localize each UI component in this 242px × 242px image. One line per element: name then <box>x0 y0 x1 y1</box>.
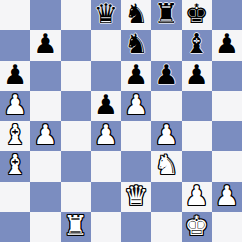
square-h7[interactable]: ♟ <box>212 30 242 60</box>
square-a5[interactable]: ♟ <box>0 91 30 121</box>
square-a4[interactable]: ♝ <box>0 121 30 151</box>
square-d8[interactable]: ♛ <box>91 0 121 30</box>
square-g1[interactable]: ♚ <box>182 212 212 242</box>
square-e2[interactable]: ♛ <box>121 182 151 212</box>
black-knight[interactable]: ♞ <box>124 29 148 59</box>
square-b3[interactable] <box>30 151 60 181</box>
square-g4[interactable] <box>182 121 212 151</box>
black-bishop[interactable]: ♝ <box>185 29 209 59</box>
black-pawn[interactable]: ♟ <box>3 60 27 90</box>
square-a1[interactable] <box>0 212 30 242</box>
square-b6[interactable] <box>30 61 60 91</box>
white-bishop[interactable]: ♝ <box>3 150 27 180</box>
chess-board: ♛♞♜♚♟♞♝♟♟♟♟♟♟♟♟♝♟♟♟♝♞♛♟♟♜♚ <box>0 0 242 242</box>
black-knight[interactable]: ♞ <box>124 0 148 29</box>
square-c3[interactable] <box>61 151 91 181</box>
square-e3[interactable] <box>121 151 151 181</box>
square-c5[interactable] <box>61 91 91 121</box>
square-g2[interactable]: ♟ <box>182 182 212 212</box>
square-c7[interactable] <box>61 30 91 60</box>
black-king[interactable]: ♚ <box>185 0 209 29</box>
black-pawn[interactable]: ♟ <box>33 29 57 59</box>
square-d7[interactable] <box>91 30 121 60</box>
square-f1[interactable] <box>151 212 181 242</box>
black-pawn[interactable]: ♟ <box>94 90 118 120</box>
white-rook[interactable]: ♜ <box>64 211 88 241</box>
square-h8[interactable] <box>212 0 242 30</box>
square-g8[interactable]: ♚ <box>182 0 212 30</box>
square-f5[interactable] <box>151 91 181 121</box>
square-a7[interactable] <box>0 30 30 60</box>
square-e5[interactable]: ♟ <box>121 91 151 121</box>
square-e4[interactable] <box>121 121 151 151</box>
square-d1[interactable] <box>91 212 121 242</box>
square-c1[interactable]: ♜ <box>61 212 91 242</box>
white-pawn[interactable]: ♟ <box>94 120 118 150</box>
square-f8[interactable]: ♜ <box>151 0 181 30</box>
square-f7[interactable] <box>151 30 181 60</box>
square-e8[interactable]: ♞ <box>121 0 151 30</box>
white-queen[interactable]: ♛ <box>124 181 148 211</box>
square-b1[interactable] <box>30 212 60 242</box>
black-pawn[interactable]: ♟ <box>154 60 178 90</box>
square-d3[interactable] <box>91 151 121 181</box>
white-king[interactable]: ♚ <box>185 211 209 241</box>
square-a2[interactable] <box>0 182 30 212</box>
square-h1[interactable] <box>212 212 242 242</box>
square-e1[interactable] <box>121 212 151 242</box>
white-pawn[interactable]: ♟ <box>3 90 27 120</box>
square-d2[interactable] <box>91 182 121 212</box>
square-h3[interactable] <box>212 151 242 181</box>
white-pawn[interactable]: ♟ <box>215 181 239 211</box>
white-pawn[interactable]: ♟ <box>185 181 209 211</box>
square-b7[interactable]: ♟ <box>30 30 60 60</box>
white-pawn[interactable]: ♟ <box>154 120 178 150</box>
square-a8[interactable] <box>0 0 30 30</box>
white-bishop[interactable]: ♝ <box>3 120 27 150</box>
black-pawn[interactable]: ♟ <box>215 29 239 59</box>
square-h2[interactable]: ♟ <box>212 182 242 212</box>
square-c8[interactable] <box>61 0 91 30</box>
square-a3[interactable]: ♝ <box>0 151 30 181</box>
square-f2[interactable] <box>151 182 181 212</box>
square-h6[interactable] <box>212 61 242 91</box>
square-b5[interactable] <box>30 91 60 121</box>
square-g5[interactable] <box>182 91 212 121</box>
black-rook[interactable]: ♜ <box>154 0 178 29</box>
square-g6[interactable]: ♟ <box>182 61 212 91</box>
square-c2[interactable] <box>61 182 91 212</box>
square-c6[interactable] <box>61 61 91 91</box>
square-d5[interactable]: ♟ <box>91 91 121 121</box>
square-c4[interactable] <box>61 121 91 151</box>
square-h4[interactable] <box>212 121 242 151</box>
square-f3[interactable]: ♞ <box>151 151 181 181</box>
white-pawn[interactable]: ♟ <box>33 120 57 150</box>
white-pawn[interactable]: ♟ <box>124 90 148 120</box>
square-b4[interactable]: ♟ <box>30 121 60 151</box>
square-f4[interactable]: ♟ <box>151 121 181 151</box>
black-queen[interactable]: ♛ <box>94 0 118 29</box>
square-b2[interactable] <box>30 182 60 212</box>
square-e6[interactable]: ♟ <box>121 61 151 91</box>
chess-board-container: ♛♞♜♚♟♞♝♟♟♟♟♟♟♟♟♝♟♟♟♝♞♛♟♟♜♚ <box>0 0 242 242</box>
square-e7[interactable]: ♞ <box>121 30 151 60</box>
square-h5[interactable] <box>212 91 242 121</box>
square-g7[interactable]: ♝ <box>182 30 212 60</box>
black-pawn[interactable]: ♟ <box>185 60 209 90</box>
square-f6[interactable]: ♟ <box>151 61 181 91</box>
square-b8[interactable] <box>30 0 60 30</box>
square-g3[interactable] <box>182 151 212 181</box>
black-pawn[interactable]: ♟ <box>124 60 148 90</box>
square-a6[interactable]: ♟ <box>0 61 30 91</box>
square-d6[interactable] <box>91 61 121 91</box>
white-knight[interactable]: ♞ <box>154 150 178 180</box>
square-d4[interactable]: ♟ <box>91 121 121 151</box>
